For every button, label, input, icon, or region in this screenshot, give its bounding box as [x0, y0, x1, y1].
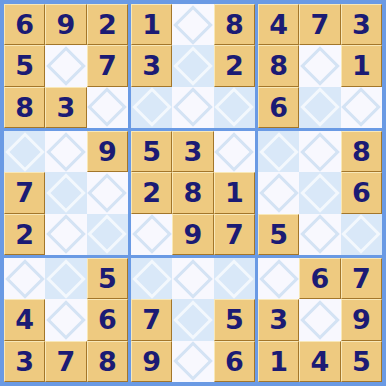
diamond-icon	[300, 173, 340, 213]
diamond-icon	[173, 259, 213, 299]
cell-r7c8: 6	[299, 258, 340, 299]
cell-r1c9: 3	[341, 4, 382, 45]
cell-r7c9: 7	[341, 258, 382, 299]
diamond-icon	[46, 46, 86, 86]
given-digit: 5	[15, 52, 34, 79]
given-digit: 6	[15, 11, 34, 38]
diamond-icon	[215, 132, 255, 172]
cell-r3c2: 3	[45, 87, 86, 128]
given-digit: 7	[352, 265, 371, 292]
cell-r9c5[interactable]	[172, 341, 213, 382]
cell-r1c4: 1	[131, 4, 172, 45]
diamond-icon	[46, 132, 86, 172]
cell-r1c7: 4	[258, 4, 299, 45]
cell-r2c2[interactable]	[45, 45, 86, 86]
cell-r7c7[interactable]	[258, 258, 299, 299]
diamond-icon	[215, 88, 255, 128]
cell-r7c4[interactable]	[131, 258, 172, 299]
given-digit: 1	[225, 179, 244, 206]
diamond-icon	[46, 300, 86, 340]
cell-r6c9[interactable]	[341, 214, 382, 255]
given-digit: 9	[98, 138, 117, 165]
diamond-icon	[173, 342, 213, 382]
given-digit: 5	[352, 348, 371, 375]
cell-r5c8[interactable]	[299, 172, 340, 213]
given-digit: 3	[269, 306, 288, 333]
given-digit: 7	[311, 11, 330, 38]
cell-r9c7: 1	[258, 341, 299, 382]
cell-r9c9: 5	[341, 341, 382, 382]
cell-r4c2[interactable]	[45, 131, 86, 172]
cell-r6c8[interactable]	[299, 214, 340, 255]
given-digit: 8	[184, 179, 203, 206]
cell-r3c8[interactable]	[299, 87, 340, 128]
cell-r9c8: 4	[299, 341, 340, 382]
given-digit: 4	[311, 348, 330, 375]
diamond-icon	[88, 173, 128, 213]
given-digit: 2	[98, 11, 117, 38]
cell-r8c9: 9	[341, 299, 382, 340]
cell-r8c4: 7	[131, 299, 172, 340]
given-digit: 1	[142, 11, 161, 38]
cell-r6c2[interactable]	[45, 214, 86, 255]
cell-r4c5: 3	[172, 131, 213, 172]
cell-r7c2[interactable]	[45, 258, 86, 299]
box-3: 473816	[258, 4, 382, 128]
box-6: 865	[258, 131, 382, 255]
cell-r9c2: 7	[45, 341, 86, 382]
given-digit: 5	[142, 138, 161, 165]
diamond-icon	[132, 259, 172, 299]
cell-r6c6: 7	[214, 214, 255, 255]
cell-r6c4[interactable]	[131, 214, 172, 255]
diamond-icon	[300, 215, 340, 255]
diamond-icon	[46, 215, 86, 255]
diamond-icon	[342, 215, 382, 255]
cell-r3c5[interactable]	[172, 87, 213, 128]
cell-r4c9: 8	[341, 131, 382, 172]
box-9: 6739145	[258, 258, 382, 382]
cell-r1c6: 8	[214, 4, 255, 45]
box-8: 7596	[131, 258, 255, 382]
diamond-icon	[173, 88, 213, 128]
diamond-icon	[88, 88, 128, 128]
cell-r1c5[interactable]	[172, 4, 213, 45]
cell-r9c1: 3	[4, 341, 45, 382]
cell-r7c1[interactable]	[4, 258, 45, 299]
diamond-icon	[88, 215, 128, 255]
given-digit: 7	[142, 306, 161, 333]
cell-r2c7: 8	[258, 45, 299, 86]
cell-r4c7[interactable]	[258, 131, 299, 172]
cell-r8c1: 4	[4, 299, 45, 340]
cell-r5c1: 7	[4, 172, 45, 213]
diamond-icon	[259, 132, 299, 172]
diamond-icon	[46, 173, 86, 213]
cell-r8c5[interactable]	[172, 299, 213, 340]
cell-r2c5[interactable]	[172, 45, 213, 86]
cell-r2c3: 7	[87, 45, 128, 86]
given-digit: 5	[269, 221, 288, 248]
cell-r8c3: 6	[87, 299, 128, 340]
cell-r5c6: 1	[214, 172, 255, 213]
diamond-icon	[215, 259, 255, 299]
cell-r2c1: 5	[4, 45, 45, 86]
given-digit: 9	[184, 221, 203, 248]
given-digit: 9	[57, 11, 76, 38]
given-digit: 4	[269, 11, 288, 38]
cell-r6c3[interactable]	[87, 214, 128, 255]
cell-r8c8[interactable]	[299, 299, 340, 340]
cell-r7c3: 5	[87, 258, 128, 299]
cell-r3c1: 8	[4, 87, 45, 128]
diamond-icon	[259, 173, 299, 213]
cell-r3c6[interactable]	[214, 87, 255, 128]
given-digit: 7	[98, 52, 117, 79]
box-7: 546378	[4, 258, 128, 382]
diamond-icon	[300, 132, 340, 172]
cell-r4c6[interactable]	[214, 131, 255, 172]
cell-r2c8[interactable]	[299, 45, 340, 86]
cell-r3c3[interactable]	[87, 87, 128, 128]
box-4: 972	[4, 131, 128, 255]
given-digit: 8	[15, 94, 34, 121]
cell-r8c2[interactable]	[45, 299, 86, 340]
given-digit: 1	[352, 52, 371, 79]
diamond-icon	[5, 259, 45, 299]
cell-r9c4: 9	[131, 341, 172, 382]
given-digit: 9	[142, 348, 161, 375]
cell-r8c7: 3	[258, 299, 299, 340]
cell-r5c3[interactable]	[87, 172, 128, 213]
cell-r4c8[interactable]	[299, 131, 340, 172]
diamond-icon	[173, 300, 213, 340]
given-digit: 8	[225, 11, 244, 38]
cell-r5c2[interactable]	[45, 172, 86, 213]
given-digit: 1	[269, 348, 288, 375]
given-digit: 6	[352, 179, 371, 206]
given-digit: 3	[352, 11, 371, 38]
cell-r1c3: 2	[87, 4, 128, 45]
given-digit: 6	[311, 265, 330, 292]
given-digit: 4	[15, 306, 34, 333]
diamond-icon	[342, 88, 382, 128]
diamond-icon	[173, 5, 213, 45]
cell-r1c8: 7	[299, 4, 340, 45]
diamond-icon	[300, 88, 340, 128]
cell-r6c1: 2	[4, 214, 45, 255]
cell-r9c6: 6	[214, 341, 255, 382]
cell-r4c1[interactable]	[4, 131, 45, 172]
cell-r5c7[interactable]	[258, 172, 299, 213]
given-digit: 7	[225, 221, 244, 248]
given-digit: 5	[225, 306, 244, 333]
given-digit: 3	[57, 94, 76, 121]
cell-r2c4: 3	[131, 45, 172, 86]
diamond-icon	[5, 132, 45, 172]
given-digit: 7	[57, 348, 76, 375]
cell-r1c2: 9	[45, 4, 86, 45]
cell-r5c9: 6	[341, 172, 382, 213]
given-digit: 3	[142, 52, 161, 79]
diamond-icon	[46, 259, 86, 299]
cell-r4c4: 5	[131, 131, 172, 172]
cell-r3c4[interactable]	[131, 87, 172, 128]
given-digit: 3	[15, 348, 34, 375]
box-5: 5328197	[131, 131, 255, 255]
diamond-icon	[132, 88, 172, 128]
given-digit: 8	[98, 348, 117, 375]
given-digit: 3	[184, 138, 203, 165]
cell-r2c9: 1	[341, 45, 382, 86]
diamond-icon	[259, 259, 299, 299]
given-digit: 6	[225, 348, 244, 375]
cell-r6c5: 9	[172, 214, 213, 255]
diamond-icon	[300, 46, 340, 86]
cell-r8c6: 5	[214, 299, 255, 340]
cell-r5c5: 8	[172, 172, 213, 213]
cell-r3c9[interactable]	[341, 87, 382, 128]
diamond-icon	[173, 46, 213, 86]
box-1: 6925783	[4, 4, 128, 128]
given-digit: 5	[98, 265, 117, 292]
cell-r2c6: 2	[214, 45, 255, 86]
given-digit: 7	[15, 179, 34, 206]
given-digit: 2	[142, 179, 161, 206]
sudoku-board: 6925783183247381697253281978655463787596…	[0, 0, 386, 386]
given-digit: 9	[352, 306, 371, 333]
cell-r7c6[interactable]	[214, 258, 255, 299]
cell-r3c7: 6	[258, 87, 299, 128]
diamond-icon	[132, 215, 172, 255]
given-digit: 8	[269, 52, 288, 79]
given-digit: 8	[352, 138, 371, 165]
cell-r5c4: 2	[131, 172, 172, 213]
given-digit: 6	[98, 306, 117, 333]
cell-r9c3: 8	[87, 341, 128, 382]
box-2: 1832	[131, 4, 255, 128]
diamond-icon	[300, 300, 340, 340]
given-digit: 2	[225, 52, 244, 79]
cell-r4c3: 9	[87, 131, 128, 172]
cell-r6c7: 5	[258, 214, 299, 255]
cell-r7c5[interactable]	[172, 258, 213, 299]
given-digit: 6	[269, 94, 288, 121]
cell-r1c1: 6	[4, 4, 45, 45]
given-digit: 2	[15, 221, 34, 248]
